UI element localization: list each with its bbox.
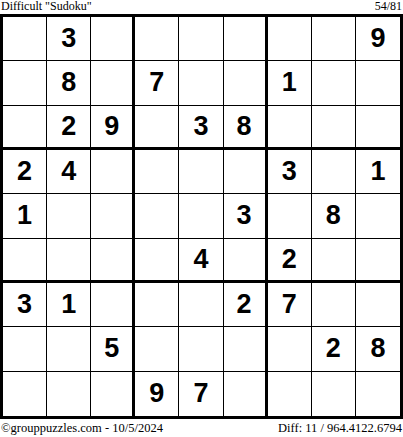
cell-r7c8[interactable] (312, 283, 356, 327)
cell-r4c2[interactable]: 4 (47, 150, 91, 194)
cell-r5c7[interactable] (268, 194, 312, 238)
cell-r2c4[interactable]: 7 (135, 61, 179, 105)
cell-r3c3[interactable]: 9 (91, 106, 135, 150)
cell-r8c6[interactable] (224, 327, 268, 371)
cell-r6c2[interactable] (47, 239, 91, 283)
cell-r7c1[interactable]: 3 (3, 283, 47, 327)
cell-r5c8[interactable]: 8 (312, 194, 356, 238)
cell-r4c6[interactable] (224, 150, 268, 194)
puzzle-title: Difficult "Sudoku" (1, 0, 92, 13)
cell-r1c1[interactable] (3, 17, 47, 61)
cell-r6c1[interactable] (3, 239, 47, 283)
cell-r1c5[interactable] (179, 17, 223, 61)
cell-r1c3[interactable] (91, 17, 135, 61)
cell-r3c9[interactable] (356, 106, 400, 150)
copyright-text: ©grouppuzzles.com - 10/5/2024 (1, 421, 163, 436)
cell-r4c1[interactable]: 2 (3, 150, 47, 194)
cell-r9c7[interactable] (268, 372, 312, 416)
cell-r6c8[interactable] (312, 239, 356, 283)
cell-r4c9[interactable]: 1 (356, 150, 400, 194)
cell-r9c5[interactable]: 7 (179, 372, 223, 416)
cell-r2c3[interactable] (91, 61, 135, 105)
cell-r8c1[interactable] (3, 327, 47, 371)
cell-r7c5[interactable] (179, 283, 223, 327)
cell-r6c3[interactable] (91, 239, 135, 283)
cell-r4c8[interactable] (312, 150, 356, 194)
cell-r7c2[interactable]: 1 (47, 283, 91, 327)
cell-r3c1[interactable] (3, 106, 47, 150)
sudoku-board: 398712938243113842312752897 (0, 14, 403, 419)
cell-r7c3[interactable] (91, 283, 135, 327)
cell-r5c1[interactable]: 1 (3, 194, 47, 238)
cell-r9c2[interactable] (47, 372, 91, 416)
cell-r5c4[interactable] (135, 194, 179, 238)
cell-r6c6[interactable] (224, 239, 268, 283)
cell-r7c9[interactable] (356, 283, 400, 327)
cell-r8c9[interactable]: 8 (356, 327, 400, 371)
cell-r2c5[interactable] (179, 61, 223, 105)
cell-r8c7[interactable] (268, 327, 312, 371)
cell-r2c7[interactable]: 1 (268, 61, 312, 105)
cell-r1c6[interactable] (224, 17, 268, 61)
cell-r6c7[interactable]: 2 (268, 239, 312, 283)
cell-r5c5[interactable] (179, 194, 223, 238)
cell-r2c6[interactable] (224, 61, 268, 105)
cell-r5c6[interactable]: 3 (224, 194, 268, 238)
cell-r8c8[interactable]: 2 (312, 327, 356, 371)
difficulty-text: Diff: 11 / 964.4122.6794 (278, 421, 402, 436)
cell-r4c3[interactable] (91, 150, 135, 194)
cell-r7c4[interactable] (135, 283, 179, 327)
cell-r6c5[interactable]: 4 (179, 239, 223, 283)
cell-r1c9[interactable]: 9 (356, 17, 400, 61)
cell-r2c2[interactable]: 8 (47, 61, 91, 105)
cell-r5c2[interactable] (47, 194, 91, 238)
header: Difficult "Sudoku" 54/81 (1, 0, 402, 13)
cell-r8c2[interactable] (47, 327, 91, 371)
cell-r5c3[interactable] (91, 194, 135, 238)
cell-r9c3[interactable] (91, 372, 135, 416)
empty-cell-counter: 54/81 (375, 0, 402, 13)
cell-r1c7[interactable] (268, 17, 312, 61)
cell-r1c8[interactable] (312, 17, 356, 61)
cell-r8c3[interactable]: 5 (91, 327, 135, 371)
cell-r3c6[interactable]: 8 (224, 106, 268, 150)
cell-r6c4[interactable] (135, 239, 179, 283)
sudoku-page: Difficult "Sudoku" 54/81 398712938243113… (0, 0, 403, 437)
cell-r3c5[interactable]: 3 (179, 106, 223, 150)
cell-r1c4[interactable] (135, 17, 179, 61)
cell-r9c1[interactable] (3, 372, 47, 416)
cell-r3c4[interactable] (135, 106, 179, 150)
cell-r2c8[interactable] (312, 61, 356, 105)
cell-r2c1[interactable] (3, 61, 47, 105)
cell-r9c6[interactable] (224, 372, 268, 416)
cell-r8c5[interactable] (179, 327, 223, 371)
cell-r7c7[interactable]: 7 (268, 283, 312, 327)
cell-r4c7[interactable]: 3 (268, 150, 312, 194)
cell-r3c8[interactable] (312, 106, 356, 150)
cell-r9c9[interactable] (356, 372, 400, 416)
cell-r4c4[interactable] (135, 150, 179, 194)
footer: ©grouppuzzles.com - 10/5/2024 Diff: 11 /… (1, 421, 402, 436)
cell-r6c9[interactable] (356, 239, 400, 283)
cell-r3c2[interactable]: 2 (47, 106, 91, 150)
cell-r9c8[interactable] (312, 372, 356, 416)
cell-r1c2[interactable]: 3 (47, 17, 91, 61)
cell-r8c4[interactable] (135, 327, 179, 371)
cell-r9c4[interactable]: 9 (135, 372, 179, 416)
cell-r2c9[interactable] (356, 61, 400, 105)
cell-r7c6[interactable]: 2 (224, 283, 268, 327)
cell-r5c9[interactable] (356, 194, 400, 238)
cell-r4c5[interactable] (179, 150, 223, 194)
cell-r3c7[interactable] (268, 106, 312, 150)
